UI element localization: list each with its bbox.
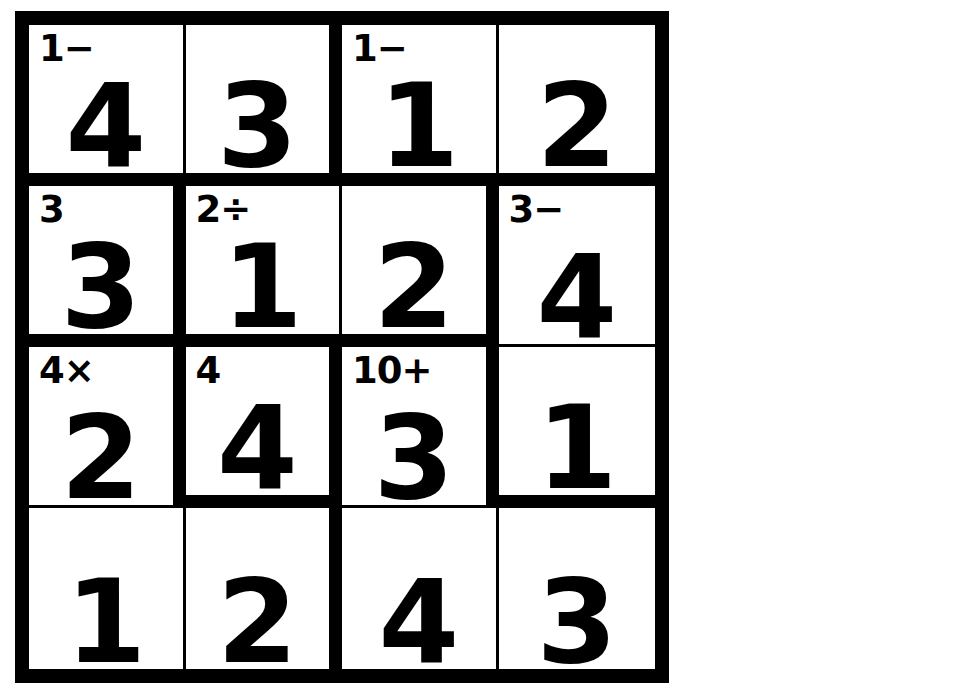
cell-r0c1[interactable]: 3: [186, 25, 343, 186]
cage-clue: 4×: [39, 352, 94, 389]
cell-r0c3[interactable]: 2: [499, 25, 656, 186]
cell-r3c3[interactable]: 3: [499, 508, 656, 669]
cell-value: 4: [499, 239, 656, 355]
cell-value: 3: [499, 564, 656, 680]
cell-value: 4: [29, 68, 183, 184]
kenken-board: 1−431−12332÷123−44×24410+311243: [15, 11, 669, 683]
cell-value: 2: [186, 564, 330, 680]
cell-value: 1: [342, 68, 496, 184]
cell-r2c2[interactable]: 10+3: [342, 347, 499, 508]
cell-r0c0[interactable]: 1−4: [29, 25, 186, 186]
cell-value: 2: [29, 400, 173, 516]
cell-r1c2[interactable]: 2: [342, 186, 499, 347]
cell-value: 1: [186, 229, 340, 345]
cell-r3c1[interactable]: 2: [186, 508, 343, 669]
cell-value: 1: [29, 564, 183, 680]
cell-value: 2: [499, 68, 656, 184]
cell-r1c1[interactable]: 2÷1: [186, 186, 343, 347]
cell-r2c1[interactable]: 44: [186, 347, 343, 508]
cell-r0c2[interactable]: 1−1: [342, 25, 499, 186]
cage-clue: 3−: [509, 191, 564, 228]
cell-r2c0[interactable]: 4×2: [29, 347, 186, 508]
cell-value: 4: [342, 564, 496, 680]
cell-r1c0[interactable]: 33: [29, 186, 186, 347]
cell-value: 3: [186, 68, 330, 184]
cage-clue: 10+: [352, 352, 432, 389]
cell-r1c3[interactable]: 3−4: [499, 186, 656, 347]
cell-r2c3[interactable]: 1: [499, 347, 656, 508]
cell-r3c2[interactable]: 4: [342, 508, 499, 669]
cell-value: 4: [186, 390, 330, 506]
cell-value: 3: [342, 400, 486, 516]
cell-value: 2: [342, 229, 486, 345]
cell-value: 3: [29, 229, 173, 345]
cell-value: 1: [499, 390, 656, 506]
cell-r3c0[interactable]: 1: [29, 508, 186, 669]
puzzle-page: 1−431−12332÷123−44×24410+311243: [0, 0, 960, 686]
